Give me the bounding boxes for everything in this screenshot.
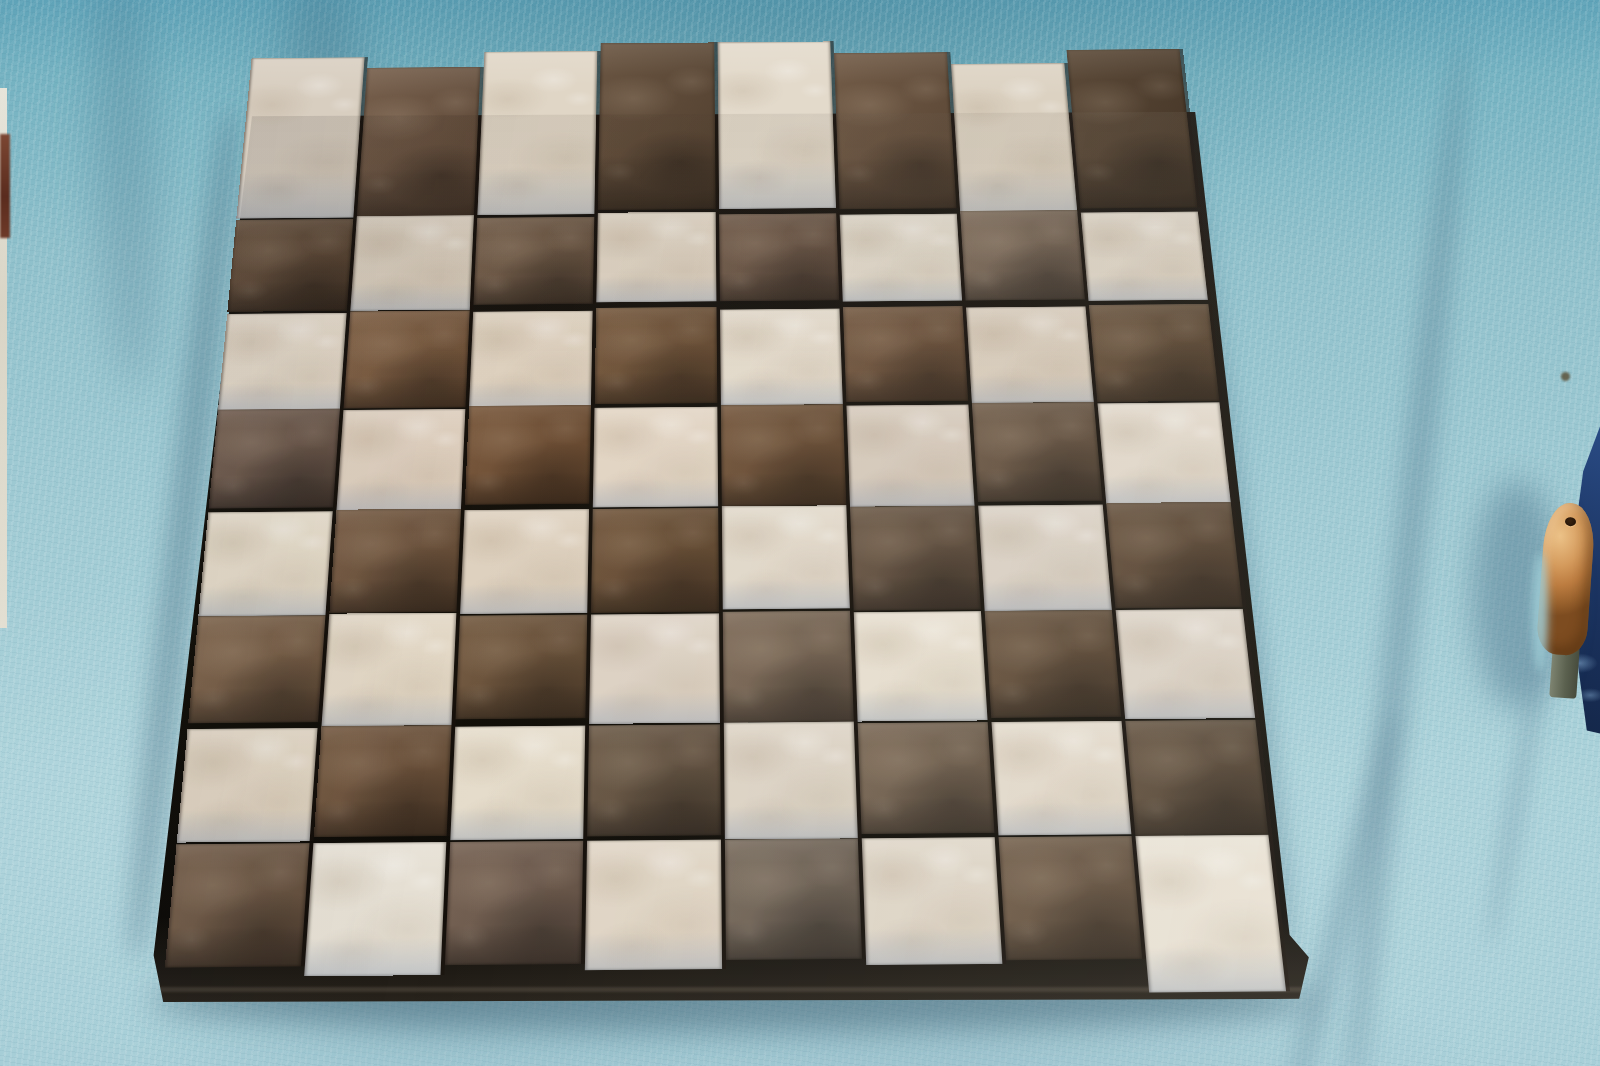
square-c3 <box>456 615 588 719</box>
square-g2 <box>991 720 1131 835</box>
handle-hole <box>1565 517 1577 527</box>
square-h7 <box>1081 212 1208 301</box>
square-f5 <box>846 404 974 506</box>
square-f1 <box>861 837 1002 965</box>
square-f8 <box>834 52 957 209</box>
square-c2 <box>451 725 586 840</box>
square-b3 <box>322 613 457 726</box>
square-b6 <box>344 310 470 408</box>
square-h4 <box>1106 502 1243 609</box>
square-e4 <box>721 505 849 609</box>
checkerboard <box>165 122 1282 965</box>
square-b1 <box>304 842 446 977</box>
square-e2 <box>723 721 857 839</box>
square-e6 <box>720 308 843 405</box>
square-a7 <box>227 219 353 311</box>
square-c1 <box>445 841 583 966</box>
square-b2 <box>314 725 452 837</box>
square-d5 <box>593 407 718 508</box>
square-a2 <box>177 727 318 842</box>
square-f4 <box>850 506 981 611</box>
square-c8 <box>478 51 598 215</box>
square-h8 <box>1066 49 1197 209</box>
dark-patch-left-edge <box>0 134 10 238</box>
square-h5 <box>1097 402 1231 504</box>
square-d1 <box>585 839 721 970</box>
square-b5 <box>337 409 466 511</box>
square-e3 <box>722 611 853 722</box>
square-d8 <box>598 42 715 210</box>
square-g7 <box>960 210 1085 300</box>
square-d7 <box>597 212 716 302</box>
square-h1 <box>1135 835 1286 993</box>
square-g6 <box>966 306 1094 403</box>
square-h6 <box>1089 304 1220 402</box>
square-g4 <box>978 505 1112 612</box>
square-g1 <box>998 836 1142 960</box>
square-h3 <box>1116 609 1256 719</box>
square-a8 <box>236 57 364 218</box>
square-e8 <box>717 41 836 209</box>
square-h2 <box>1125 719 1268 835</box>
square-a1 <box>165 843 310 968</box>
square-d4 <box>591 508 718 613</box>
square-g5 <box>972 402 1103 502</box>
square-f2 <box>857 722 994 834</box>
square-b4 <box>329 509 461 613</box>
square-b8 <box>357 67 481 219</box>
square-a4 <box>198 511 333 616</box>
square-g3 <box>984 610 1121 717</box>
square-c4 <box>460 509 589 614</box>
square-f7 <box>839 214 961 301</box>
square-c6 <box>469 310 593 408</box>
square-d6 <box>595 307 717 404</box>
square-c5 <box>465 405 591 505</box>
square-d2 <box>588 724 721 836</box>
photo-scene <box>0 0 1600 1066</box>
square-e1 <box>724 838 861 960</box>
square-e5 <box>720 404 846 506</box>
square-a3 <box>188 615 325 722</box>
square-a6 <box>218 313 347 411</box>
square-c7 <box>474 217 595 305</box>
square-b7 <box>350 215 474 310</box>
square-f3 <box>853 611 987 721</box>
square-e7 <box>719 214 839 301</box>
square-f6 <box>843 306 968 402</box>
square-d3 <box>589 614 719 724</box>
square-g8 <box>951 63 1077 214</box>
square-a5 <box>209 408 340 508</box>
